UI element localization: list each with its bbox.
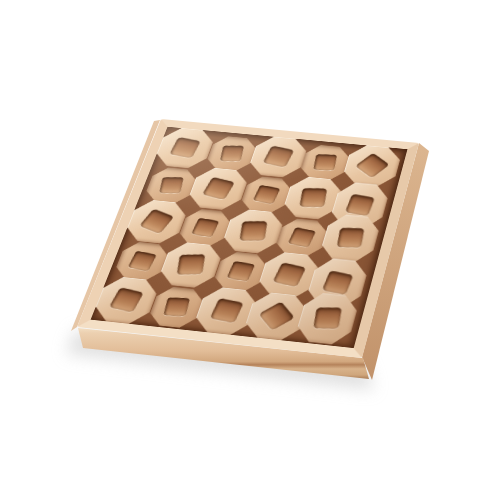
block-hole bbox=[259, 301, 295, 330]
block-cell bbox=[321, 220, 379, 262]
octagon-ring-block[interactable] bbox=[298, 144, 353, 182]
block-hole bbox=[300, 188, 327, 207]
block-hole bbox=[314, 154, 338, 170]
block-hole bbox=[202, 177, 235, 200]
block-hole bbox=[262, 145, 293, 167]
product-photo-scene bbox=[0, 0, 500, 500]
block-hole bbox=[288, 227, 316, 247]
block-hole bbox=[109, 287, 144, 312]
block-hole bbox=[191, 217, 219, 237]
block-hole bbox=[159, 177, 183, 193]
block-hole bbox=[313, 308, 341, 329]
block-hole bbox=[209, 298, 243, 323]
block-hole bbox=[163, 297, 189, 316]
block-cell bbox=[344, 146, 400, 185]
block-hole bbox=[169, 137, 200, 158]
block-hole bbox=[345, 194, 375, 216]
block-cell bbox=[297, 142, 353, 181]
block-hole bbox=[253, 185, 280, 204]
block-hole bbox=[355, 153, 389, 178]
block-hole bbox=[176, 254, 204, 274]
block-hole bbox=[220, 145, 244, 161]
block-hole bbox=[239, 221, 267, 240]
block-hole bbox=[226, 261, 254, 282]
block-hole bbox=[128, 251, 157, 272]
block-cell bbox=[297, 299, 358, 345]
block-hole bbox=[139, 208, 174, 233]
block-cell bbox=[272, 215, 331, 257]
block-hole bbox=[337, 227, 364, 247]
block-hole bbox=[273, 263, 306, 288]
block-hole bbox=[322, 271, 353, 295]
